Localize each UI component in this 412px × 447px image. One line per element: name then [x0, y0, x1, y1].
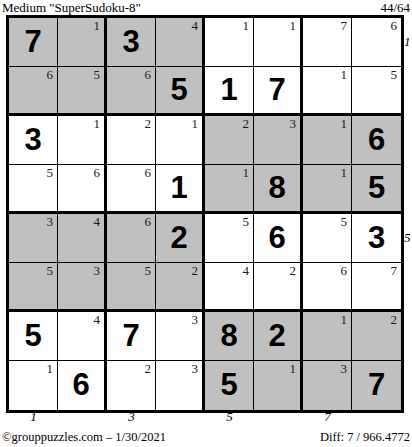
given-digit: 3: [352, 214, 401, 262]
pencil-mark: 6: [94, 165, 101, 180]
pencil-mark: 2: [145, 116, 152, 131]
cell-r2c4[interactable]: 5: [156, 67, 205, 116]
col-label-1: 1: [30, 409, 37, 425]
given-digit: 5: [352, 165, 401, 211]
cell-r2c5[interactable]: 1: [205, 67, 254, 116]
pencil-mark: 5: [145, 263, 152, 278]
pencil-mark: 1: [341, 116, 348, 131]
pencil-mark: 6: [341, 263, 348, 278]
given-digit: 3: [9, 116, 57, 164]
pencil-mark: 1: [290, 361, 297, 376]
pencil-mark: 1: [243, 18, 250, 33]
cell-r6c1[interactable]: 5: [9, 263, 58, 312]
row-label-5: 5: [404, 231, 412, 245]
cell-r4c4[interactable]: 1: [156, 165, 205, 214]
given-digit: 6: [254, 214, 300, 262]
cell-r6c4[interactable]: 2: [156, 263, 205, 312]
cell-r5c3[interactable]: 6: [107, 214, 156, 263]
pencil-mark: 3: [192, 361, 199, 376]
puzzle-title: Medium "SuperSudoku-8": [2, 0, 141, 16]
given-digit: 7: [352, 361, 401, 410]
cell-r5c1[interactable]: 3: [9, 214, 58, 263]
cell-r1c1[interactable]: 7: [9, 18, 58, 67]
pencil-mark: 6: [145, 214, 152, 229]
cell-r1c6[interactable]: 1: [254, 18, 303, 67]
cell-r8c1[interactable]: 1: [9, 361, 58, 410]
cell-r8c3[interactable]: 2: [107, 361, 156, 410]
given-digit: 7: [9, 18, 57, 66]
pencil-mark: 1: [94, 116, 101, 131]
cell-r4c3[interactable]: 6: [107, 165, 156, 214]
pencil-mark: 4: [243, 263, 250, 278]
cell-r7c3[interactable]: 7: [107, 312, 156, 361]
cell-r2c6[interactable]: 7: [254, 67, 303, 116]
cell-r4c7[interactable]: 1: [303, 165, 352, 214]
pencil-mark: 1: [290, 18, 297, 33]
pencil-mark: 5: [47, 263, 54, 278]
cell-r1c5[interactable]: 1: [205, 18, 254, 67]
pencil-mark: 5: [47, 165, 54, 180]
pencil-mark: 3: [290, 116, 297, 131]
pencil-mark: 1: [341, 165, 348, 180]
pencil-mark: 2: [145, 361, 152, 376]
cell-r5c4[interactable]: 2: [156, 214, 205, 263]
pencil-mark: 1: [94, 18, 101, 33]
cell-r8c2[interactable]: 6: [58, 361, 107, 410]
cell-r4c5[interactable]: 1: [205, 165, 254, 214]
given-digit: 7: [107, 312, 155, 360]
pencil-mark: 1: [47, 361, 54, 376]
cell-r6c3[interactable]: 5: [107, 263, 156, 312]
cell-r3c4[interactable]: 1: [156, 116, 205, 165]
given-digit: 2: [156, 214, 202, 262]
pencil-mark: 6: [391, 18, 398, 33]
cell-r8c6[interactable]: 1: [254, 361, 303, 410]
cell-r5c8[interactable]: 3: [352, 214, 401, 263]
given-digit: 6: [58, 361, 104, 410]
given-digit: 1: [156, 165, 202, 211]
pencil-mark: 2: [243, 116, 250, 131]
pencil-mark: 6: [47, 67, 54, 82]
cell-r1c4[interactable]: 4: [156, 18, 205, 67]
cell-r1c3[interactable]: 3: [107, 18, 156, 67]
given-digit: 5: [205, 361, 253, 410]
cell-r5c2[interactable]: 4: [58, 214, 107, 263]
cell-r2c8[interactable]: 5: [352, 67, 401, 116]
cell-r7c4[interactable]: 3: [156, 312, 205, 361]
cell-r4c2[interactable]: 6: [58, 165, 107, 214]
cell-r6c7[interactable]: 6: [303, 263, 352, 312]
row-label-1: 1: [404, 35, 412, 49]
cell-r8c4[interactable]: 3: [156, 361, 205, 410]
cell-r1c8[interactable]: 6: [352, 18, 401, 67]
given-digit: 1: [205, 67, 253, 113]
pencil-mark: 1: [243, 165, 250, 180]
pencil-mark: 3: [47, 214, 54, 229]
cell-r8c5[interactable]: 5: [205, 361, 254, 410]
cell-r3c1[interactable]: 3: [9, 116, 58, 165]
cell-r3c3[interactable]: 2: [107, 116, 156, 165]
cell-r2c3[interactable]: 6: [107, 67, 156, 116]
cell-r7c8[interactable]: 2: [352, 312, 401, 361]
cell-r1c7[interactable]: 7: [303, 18, 352, 67]
cell-r7c2[interactable]: 4: [58, 312, 107, 361]
cell-r3c2[interactable]: 1: [58, 116, 107, 165]
progress-counter: 44/64: [380, 0, 410, 16]
given-digit: 5: [9, 312, 57, 360]
cell-r7c1[interactable]: 5: [9, 312, 58, 361]
pencil-mark: 1: [341, 67, 348, 82]
pencil-mark: 7: [341, 18, 348, 33]
cell-r3c6[interactable]: 3: [254, 116, 303, 165]
cell-r2c2[interactable]: 5: [58, 67, 107, 116]
given-digit: 2: [254, 312, 300, 360]
given-digit: 5: [156, 67, 202, 113]
cell-r8c7[interactable]: 3: [303, 361, 352, 410]
pencil-mark: 5: [94, 67, 101, 82]
pencil-mark: 5: [341, 214, 348, 229]
cell-r5c7[interactable]: 5: [303, 214, 352, 263]
cell-r3c7[interactable]: 1: [303, 116, 352, 165]
given-digit: 8: [205, 312, 253, 360]
cell-r7c5[interactable]: 8: [205, 312, 254, 361]
pencil-mark: 3: [94, 263, 101, 278]
col-label-7: 7: [324, 409, 331, 425]
copyright-text: ©grouppuzzles.com – 1/30/2021: [2, 430, 166, 445]
pencil-mark: 5: [391, 67, 398, 82]
cell-r4c8[interactable]: 5: [352, 165, 401, 214]
cell-r4c6[interactable]: 8: [254, 165, 303, 214]
cell-r3c5[interactable]: 2: [205, 116, 254, 165]
cell-r7c6[interactable]: 2: [254, 312, 303, 361]
pencil-mark: 1: [341, 312, 348, 327]
cell-r2c1[interactable]: 6: [9, 67, 58, 116]
pencil-mark: 2: [290, 263, 297, 278]
pencil-mark: 7: [391, 263, 398, 278]
given-digit: 7: [254, 67, 300, 113]
pencil-mark: 4: [94, 214, 101, 229]
cell-r2c7[interactable]: 1: [303, 67, 352, 116]
pencil-mark: 2: [192, 263, 199, 278]
cell-r6c5[interactable]: 4: [205, 263, 254, 312]
cell-r7c7[interactable]: 1: [303, 312, 352, 361]
pencil-mark: 6: [145, 67, 152, 82]
pencil-mark: 1: [192, 116, 199, 131]
given-digit: 8: [254, 165, 300, 211]
given-digit: 3: [107, 18, 155, 66]
cell-r4c1[interactable]: 5: [9, 165, 58, 214]
pencil-mark: 4: [94, 312, 101, 327]
cell-r5c5[interactable]: 5: [205, 214, 254, 263]
cell-r3c8[interactable]: 6: [352, 116, 401, 165]
cell-r5c6[interactable]: 6: [254, 214, 303, 263]
col-label-3: 3: [128, 409, 135, 425]
pencil-mark: 6: [145, 165, 152, 180]
pencil-mark: 3: [192, 312, 199, 327]
pencil-mark: 5: [243, 214, 250, 229]
pencil-mark: 3: [341, 361, 348, 376]
pencil-mark: 4: [192, 18, 199, 33]
col-label-5: 5: [226, 409, 233, 425]
difficulty-text: Diff: 7 / 966.4772: [320, 430, 410, 445]
cell-r8c8[interactable]: 7: [352, 361, 401, 410]
cell-r6c8[interactable]: 7: [352, 263, 401, 312]
cell-r6c2[interactable]: 3: [58, 263, 107, 312]
cell-r1c2[interactable]: 1: [58, 18, 107, 67]
sudoku-board: 7134117665651715312123165661181534625653…: [6, 15, 404, 413]
given-digit: 6: [352, 116, 401, 164]
pencil-mark: 2: [391, 312, 398, 327]
cell-r6c6[interactable]: 2: [254, 263, 303, 312]
